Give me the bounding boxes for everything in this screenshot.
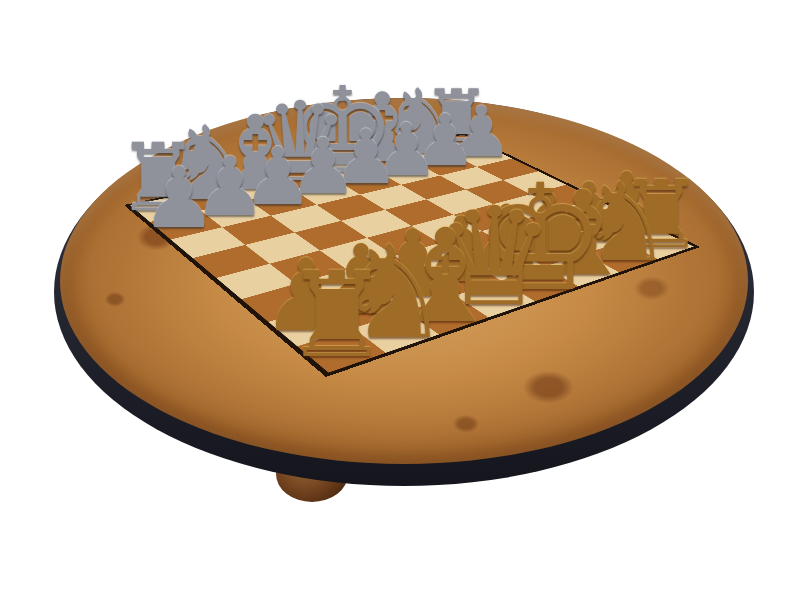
chess-table-photo: ♜♞♝♛♚♝♞♜♟♟♟♟♟♟♟♟♟♟♟♟♟♟♟♟♜♞♝♛♚♝♞♜ (0, 0, 800, 600)
piece-white-rook-a1[interactable]: ♜ (266, 256, 408, 374)
piece-black-pawn-a7[interactable]: ♟ (129, 156, 230, 240)
